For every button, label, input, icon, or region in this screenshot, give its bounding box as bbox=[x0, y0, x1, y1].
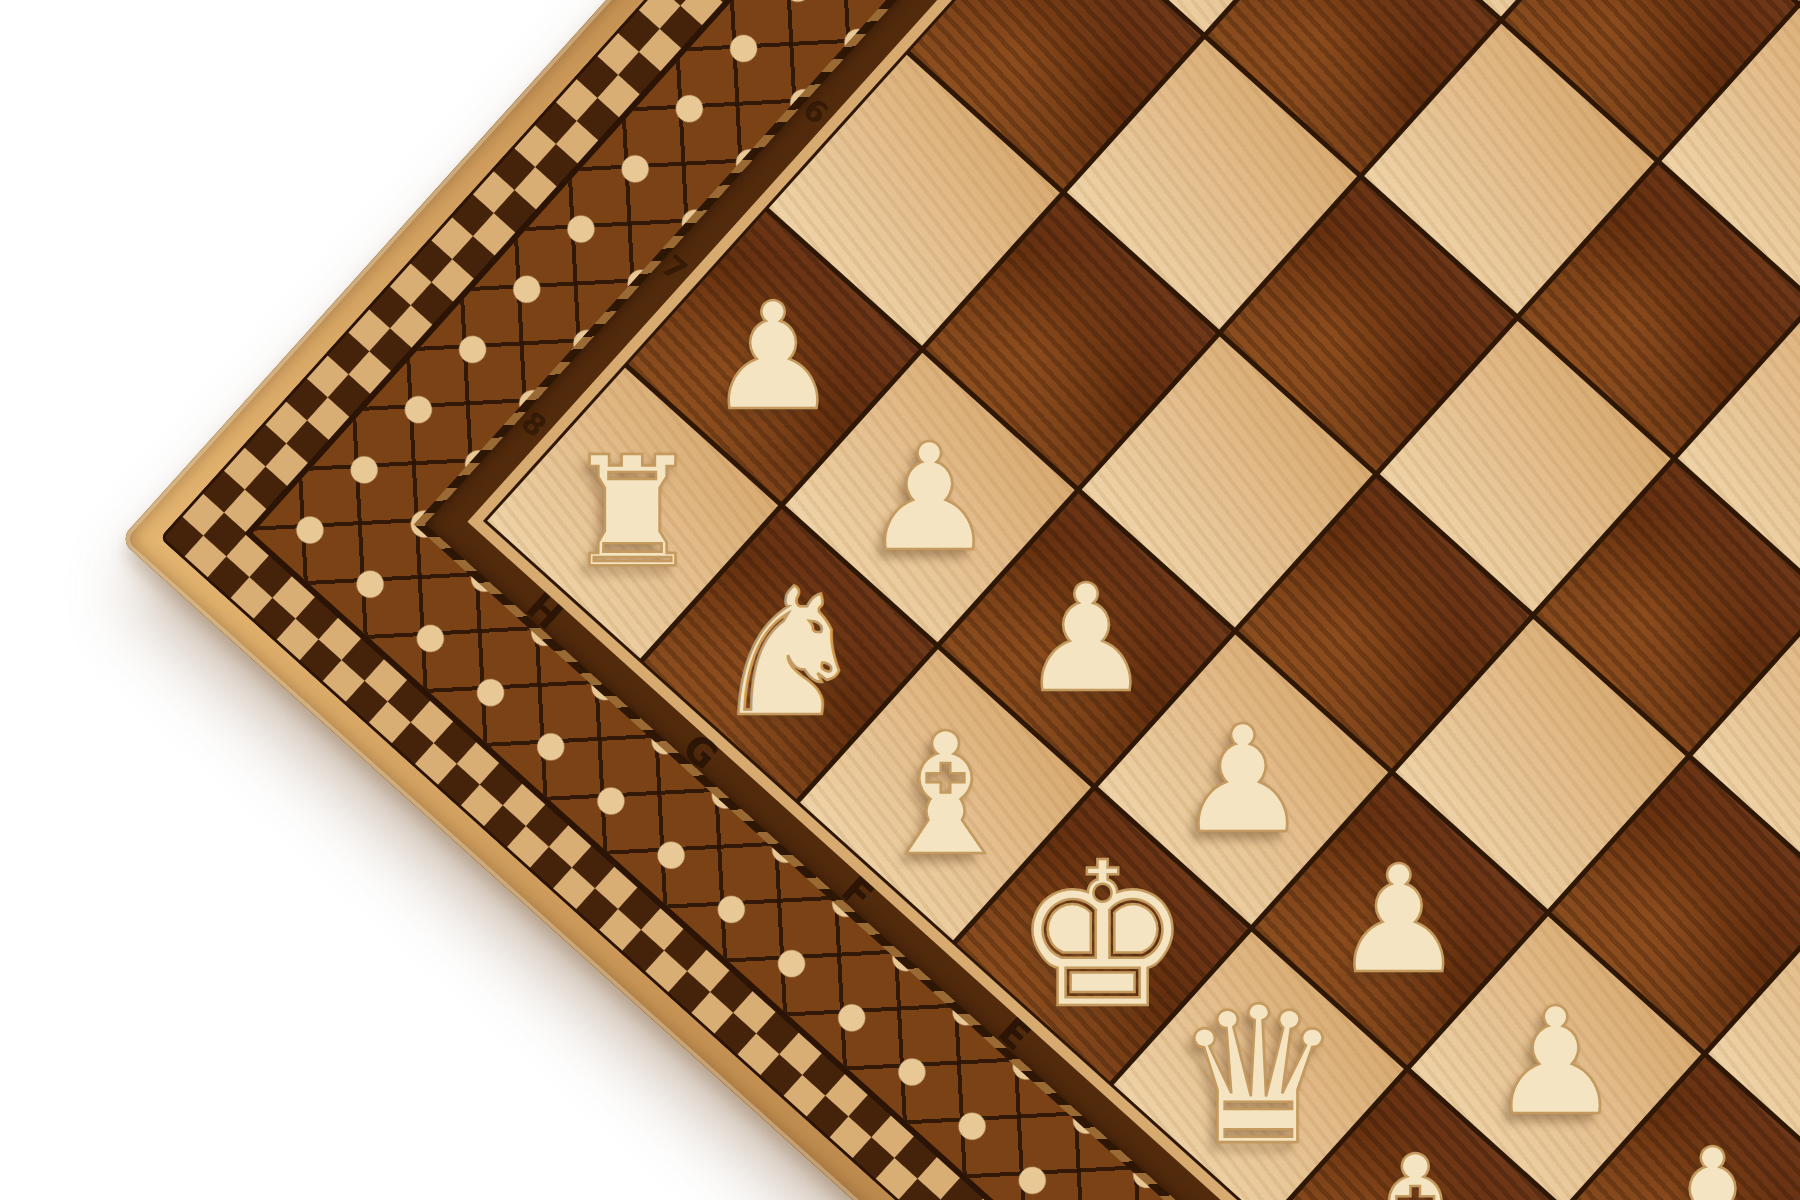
piece-white-knight-g8[interactable]: ♞ bbox=[710, 566, 868, 742]
piece-white-pawn-h7[interactable]: ♟ bbox=[707, 283, 840, 431]
piece-white-king-e8[interactable]: ♚ bbox=[1012, 836, 1191, 1036]
chess-board: HGFE876 ♜♞♝♚♛♝♟♟♟♟♟♟♟ bbox=[120, 0, 1800, 1200]
pieces-layer: ♜♞♝♚♛♝♟♟♟♟♟♟♟ bbox=[120, 0, 1800, 1200]
piece-white-pawn-g7[interactable]: ♟ bbox=[864, 424, 997, 572]
photo-stage: HGFE876 ♜♞♝♚♛♝♟♟♟♟♟♟♟ bbox=[0, 0, 1800, 1200]
piece-white-pawn-d7[interactable]: ♟ bbox=[1333, 846, 1466, 994]
piece-white-pawn-c7[interactable]: ♟ bbox=[1490, 987, 1623, 1135]
piece-white-pawn-e7[interactable]: ♟ bbox=[1177, 705, 1310, 853]
piece-white-queen-d8[interactable]: ♛ bbox=[1173, 982, 1343, 1172]
piece-white-pawn-f7[interactable]: ♟ bbox=[1020, 564, 1153, 712]
piece-white-rook-h8[interactable]: ♜ bbox=[564, 437, 700, 589]
piece-white-bishop-c8[interactable]: ♝ bbox=[1340, 1134, 1491, 1200]
piece-white-bishop-f8[interactable]: ♝ bbox=[870, 711, 1021, 879]
piece-white-pawn-b7[interactable]: ♟ bbox=[1646, 1128, 1779, 1200]
